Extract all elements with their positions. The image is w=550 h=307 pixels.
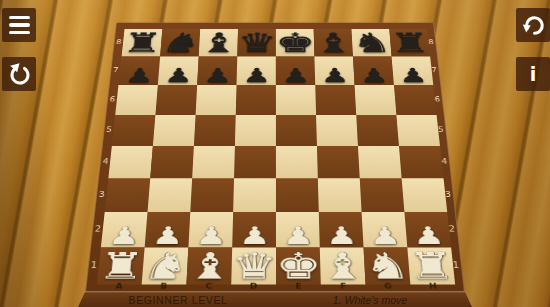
- square-d3[interactable]: [233, 178, 276, 212]
- menu-button[interactable]: [2, 8, 36, 42]
- square-g8[interactable]: ♞: [351, 29, 391, 56]
- info-icon: i: [530, 63, 537, 85]
- square-f7[interactable]: ♟: [314, 56, 354, 85]
- board-front-face: BEGINNER LEVEL 1. White's move: [78, 292, 472, 307]
- undo-button[interactable]: [516, 8, 550, 42]
- square-c2[interactable]: ♟: [188, 212, 233, 247]
- square-f3[interactable]: [318, 178, 362, 212]
- square-b3[interactable]: [147, 178, 192, 212]
- square-e5[interactable]: [276, 115, 317, 146]
- square-a8[interactable]: ♜: [122, 29, 163, 56]
- square-c3[interactable]: [190, 178, 234, 212]
- square-d5[interactable]: [235, 115, 276, 146]
- square-d8[interactable]: ♛: [237, 29, 276, 56]
- square-g4[interactable]: [358, 146, 402, 178]
- square-c1[interactable]: ♝: [186, 247, 232, 284]
- square-c5[interactable]: [194, 115, 236, 146]
- piece-white-pawn[interactable]: ♟: [325, 224, 357, 246]
- rank-label-7: 7: [430, 67, 439, 74]
- chess-app: ♜♞♝♛♚♝♞♜♟♟♟♟♟♟♟♟♟♟♟♟♟♟♟♟♜♞♝♛♚♝♞♜ 8765432…: [0, 0, 550, 307]
- file-label-f: F: [321, 282, 366, 290]
- square-b1[interactable]: ♞: [142, 247, 189, 284]
- piece-white-queen[interactable]: ♛: [230, 250, 276, 283]
- piece-white-pawn[interactable]: ♟: [368, 224, 401, 246]
- piece-black-queen[interactable]: ♛: [237, 31, 277, 56]
- square-a7[interactable]: ♟: [118, 56, 160, 85]
- piece-black-rook[interactable]: ♜: [389, 31, 431, 56]
- piece-white-knight[interactable]: ♞: [141, 250, 189, 283]
- chess-board: ♜♞♝♛♚♝♞♜♟♟♟♟♟♟♟♟♟♟♟♟♟♟♟♟♜♞♝♛♚♝♞♜ 8765432…: [85, 22, 465, 292]
- rank-label-5: 5: [436, 126, 446, 134]
- rank-label-8: 8: [426, 39, 435, 46]
- square-h6[interactable]: [394, 85, 437, 115]
- square-e4[interactable]: [276, 146, 318, 178]
- piece-black-pawn[interactable]: ♟: [359, 66, 388, 84]
- square-f1[interactable]: ♝: [320, 247, 366, 284]
- square-c6[interactable]: [196, 85, 237, 115]
- rank-label-2: 2: [93, 224, 104, 233]
- square-b5[interactable]: [153, 115, 196, 146]
- level-label: BEGINNER LEVEL: [129, 294, 228, 306]
- piece-black-knight[interactable]: ♞: [159, 31, 200, 56]
- piece-white-rook[interactable]: ♜: [96, 250, 145, 283]
- undo-arrow-icon: [521, 13, 545, 37]
- piece-white-bishop[interactable]: ♝: [186, 250, 233, 283]
- rank-label-1: 1: [451, 260, 462, 269]
- restart-rotate-icon: [7, 62, 31, 86]
- piece-black-pawn[interactable]: ♟: [320, 66, 349, 84]
- piece-black-bishop[interactable]: ♝: [198, 31, 239, 56]
- piece-black-pawn[interactable]: ♟: [242, 66, 270, 84]
- piece-white-pawn[interactable]: ♟: [195, 224, 227, 246]
- file-label-d: D: [231, 282, 276, 290]
- piece-white-pawn[interactable]: ♟: [107, 224, 140, 246]
- square-b6[interactable]: [155, 85, 197, 115]
- rank-label-8: 8: [114, 39, 123, 46]
- piece-black-pawn[interactable]: ♟: [398, 66, 428, 84]
- square-d4[interactable]: [234, 146, 276, 178]
- rank-label-6: 6: [108, 96, 118, 103]
- square-e2[interactable]: ♟: [276, 212, 320, 247]
- square-g7[interactable]: ♟: [353, 56, 394, 85]
- square-f4[interactable]: [317, 146, 360, 178]
- square-e3[interactable]: [276, 178, 319, 212]
- square-c4[interactable]: [192, 146, 235, 178]
- file-label-e: E: [276, 282, 321, 290]
- square-e7[interactable]: ♟: [276, 56, 315, 85]
- square-g2[interactable]: ♟: [362, 212, 408, 247]
- rank-label-3: 3: [97, 190, 107, 198]
- square-h1[interactable]: ♜: [407, 247, 455, 284]
- square-c7[interactable]: ♟: [197, 56, 237, 85]
- piece-white-king[interactable]: ♚: [275, 250, 321, 283]
- rank-label-5: 5: [104, 126, 114, 134]
- square-e6[interactable]: [276, 85, 316, 115]
- piece-black-pawn[interactable]: ♟: [124, 66, 154, 84]
- square-d2[interactable]: ♟: [232, 212, 276, 247]
- rank-label-1: 1: [89, 260, 100, 269]
- square-h5[interactable]: [396, 115, 440, 146]
- file-label-h: H: [410, 282, 456, 290]
- square-a2[interactable]: ♟: [101, 212, 148, 247]
- square-f8[interactable]: ♝: [314, 29, 353, 56]
- square-f6[interactable]: [315, 85, 356, 115]
- square-g1[interactable]: ♞: [364, 247, 411, 284]
- restart-button[interactable]: [2, 57, 36, 91]
- piece-white-rook[interactable]: ♜: [407, 250, 456, 283]
- rank-label-2: 2: [447, 224, 458, 233]
- piece-white-pawn[interactable]: ♟: [238, 224, 269, 246]
- rank-label-7: 7: [111, 67, 120, 74]
- board-grid: ♜♞♝♛♚♝♞♜♟♟♟♟♟♟♟♟♟♟♟♟♟♟♟♟♜♞♝♛♚♝♞♜: [97, 29, 455, 284]
- piece-black-knight[interactable]: ♞: [351, 31, 392, 56]
- piece-black-rook[interactable]: ♜: [121, 31, 163, 56]
- square-d6[interactable]: [236, 85, 276, 115]
- piece-white-knight[interactable]: ♞: [363, 250, 411, 283]
- board-scene: ♜♞♝♛♚♝♞♜♟♟♟♟♟♟♟♟♟♟♟♟♟♟♟♟♜♞♝♛♚♝♞♜ 8765432…: [85, 0, 465, 292]
- piece-black-pawn[interactable]: ♟: [163, 66, 192, 84]
- file-label-g: G: [365, 282, 410, 290]
- square-h2[interactable]: ♟: [404, 212, 451, 247]
- piece-white-pawn[interactable]: ♟: [151, 224, 184, 246]
- square-h4[interactable]: [399, 146, 444, 178]
- square-g6[interactable]: [355, 85, 397, 115]
- square-g5[interactable]: [356, 115, 399, 146]
- piece-black-bishop[interactable]: ♝: [313, 31, 354, 56]
- square-b7[interactable]: ♟: [158, 56, 199, 85]
- square-a4[interactable]: [108, 146, 153, 178]
- move-status-label: 1. White's move: [333, 294, 407, 306]
- square-b2[interactable]: ♟: [145, 212, 191, 247]
- square-f5[interactable]: [316, 115, 358, 146]
- square-h3[interactable]: [402, 178, 448, 212]
- square-d1[interactable]: ♛: [231, 247, 276, 284]
- square-b4[interactable]: [150, 146, 194, 178]
- rank-label-3: 3: [443, 190, 453, 198]
- file-labels-bottom: ABCDEFGH: [96, 283, 456, 291]
- piece-white-pawn[interactable]: ♟: [282, 224, 313, 246]
- square-c8[interactable]: ♝: [199, 29, 238, 56]
- file-label-a: A: [96, 282, 142, 290]
- rank-label-6: 6: [433, 96, 443, 103]
- piece-black-pawn[interactable]: ♟: [203, 66, 232, 84]
- square-e1[interactable]: ♚: [276, 247, 321, 284]
- rank-label-4: 4: [101, 157, 111, 165]
- square-g3[interactable]: [360, 178, 405, 212]
- square-a3[interactable]: [105, 178, 151, 212]
- piece-white-bishop[interactable]: ♝: [319, 250, 366, 283]
- info-button[interactable]: i: [516, 57, 550, 91]
- square-h8[interactable]: ♜: [389, 29, 430, 56]
- piece-black-king[interactable]: ♚: [275, 31, 315, 56]
- square-a5[interactable]: [112, 115, 156, 146]
- file-label-b: B: [141, 282, 186, 290]
- square-a1[interactable]: ♜: [97, 247, 145, 284]
- square-d7[interactable]: ♟: [237, 56, 276, 85]
- piece-white-pawn[interactable]: ♟: [412, 224, 445, 246]
- square-f2[interactable]: ♟: [319, 212, 364, 247]
- square-e8[interactable]: ♚: [276, 29, 315, 56]
- square-h7[interactable]: ♟: [392, 56, 434, 85]
- piece-black-pawn[interactable]: ♟: [281, 66, 309, 84]
- hamburger-icon: [9, 16, 30, 35]
- square-a6[interactable]: [115, 85, 158, 115]
- rank-label-4: 4: [439, 157, 449, 165]
- square-b8[interactable]: ♞: [160, 29, 200, 56]
- file-label-c: C: [186, 282, 231, 290]
